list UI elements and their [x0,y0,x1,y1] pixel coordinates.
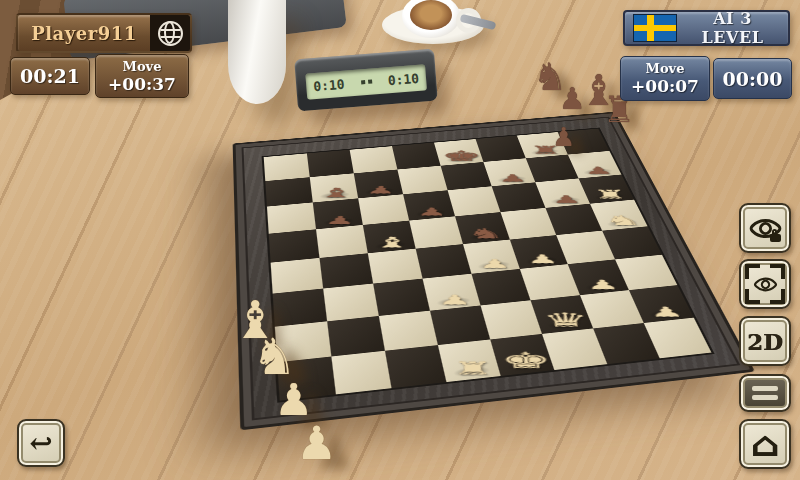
board-grid: ♚♜♝♟♟♟♟♟♟♜♝♞♞♟♟♟♟♛♟♜♚ [262,128,715,403]
undo-arrow-icon: ↩ [29,427,52,460]
captured-white-pawn: ♟ [296,420,337,466]
black-pawn-d6[interactable]: ♟ [417,206,447,217]
ai-clock: 00:00 [713,58,792,99]
white-king-e1[interactable]: ♚ [500,350,553,372]
menu-button[interactable] [739,374,791,412]
ai-move-timer: Move +00:07 [620,56,710,101]
black-knight-e5[interactable]: ♞ [467,226,505,240]
white-pawn-d3[interactable]: ♟ [438,293,471,306]
black-pawn-c7[interactable]: ♟ [366,185,396,195]
square-a3[interactable] [273,289,327,327]
ai-move-label: Move [646,61,685,76]
ai-move-time: +00:07 [631,76,699,96]
black-pawn-h7[interactable]: ♟ [583,165,613,175]
white-bishop-c5[interactable]: ♝ [372,235,412,250]
square-c2[interactable] [379,311,438,351]
clock-left-time: 0:10 [313,76,345,93]
clock-indicators [361,80,372,85]
square-d3[interactable]: ♟ [423,274,481,311]
free-camera-button[interactable] [739,259,791,309]
black-king-e8[interactable]: ♚ [441,149,482,163]
black-rook-g8[interactable]: ♜ [529,144,563,155]
white-pawn-h2[interactable]: ♟ [648,305,685,319]
black-pawn-b6[interactable]: ♟ [324,215,356,226]
captured-black-bishop: ♝ [580,70,618,112]
square-d4[interactable] [416,244,472,279]
square-a4[interactable] [271,258,324,294]
captured-black-knight: ♞ [533,58,567,96]
white-pawn-g3[interactable]: ♟ [585,278,620,291]
ai-player-panel: AI 3 LEVEL [623,10,790,46]
2d-label: 2D [747,328,783,355]
white-bottle [228,0,286,104]
square-c3[interactable] [373,279,430,316]
white-queen-f2[interactable]: ♛ [542,310,591,329]
chess-board[interactable]: ♚♜♝♟♟♟♟♟♟♜♝♞♞♟♟♟♟♛♟♜♚ [233,112,755,431]
square-c4[interactable] [368,249,423,284]
square-b4[interactable] [319,253,373,288]
white-player-panel: Player911 [16,13,192,53]
sweden-flag-icon [633,14,677,42]
home-button[interactable]: ⌂ [739,419,791,469]
white-rook-d1[interactable]: ♜ [452,360,494,378]
white-player-name: Player911 [18,23,150,44]
globe-icon-box [150,15,190,51]
back-button[interactable]: ↩ [17,419,65,467]
eye-pan-icon [742,262,788,306]
white-clock: 00:21 [10,57,90,95]
home-icon: ⌂ [751,424,779,464]
white-move-label: Move [123,59,162,74]
square-a1[interactable] [277,356,336,400]
chess-clock: 0:10 0:10 [294,49,438,112]
white-move-timer: Move +00:37 [95,54,189,98]
white-pawn-e4[interactable]: ♟ [479,258,512,270]
view-lock-button[interactable] [739,203,791,253]
ai-level-label: AI 3 LEVEL [685,9,780,47]
eye-lock-icon [742,206,788,250]
black-pawn-g6[interactable]: ♟ [551,194,582,205]
white-rook-h6[interactable]: ♜ [592,188,628,200]
black-bishop-b7[interactable]: ♝ [317,186,355,199]
white-clock-time: 00:21 [20,65,80,87]
captured-black-pawn: ♟ [559,84,586,114]
white-pawn-f4[interactable]: ♟ [526,253,559,265]
2d-mode-button[interactable]: 2D [739,316,791,366]
clock-right-time: 0:10 [387,70,419,87]
coffee [410,0,452,30]
black-pawn-f7[interactable]: ♟ [498,173,528,183]
square-b1[interactable] [331,351,391,395]
clock-lcd: 0:10 0:10 [305,64,427,99]
square-d2[interactable] [430,305,490,345]
square-b3[interactable] [323,284,379,322]
square-b2[interactable] [327,316,385,357]
square-c1[interactable] [385,345,446,388]
menu-icon [752,386,778,391]
square-a2[interactable] [275,321,332,362]
white-knight-h5[interactable]: ♞ [603,214,643,228]
globe-icon [158,21,183,46]
white-move-time: +00:37 [108,74,176,94]
ai-clock-time: 00:00 [723,68,783,90]
